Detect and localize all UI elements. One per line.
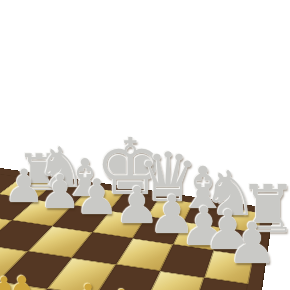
chess-board	[0, 166, 273, 290]
board-perspective-wrapper	[0, 166, 273, 290]
chess-set-photo: ♜♞♝♚♛♝♞♜♟♟♟♟♟♟♟♟♟♟♟♟	[0, 0, 290, 290]
